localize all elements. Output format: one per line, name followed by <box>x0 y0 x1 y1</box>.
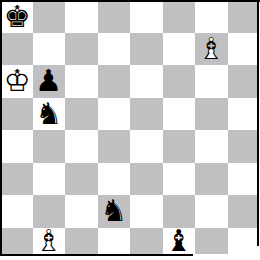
square-c6[interactable] <box>65 65 98 98</box>
bishop-outline: ♗ <box>195 33 227 65</box>
square-g2[interactable] <box>195 195 228 228</box>
square-g3[interactable] <box>195 163 228 196</box>
bishop-outline: ♗ <box>33 225 65 257</box>
square-c5[interactable] <box>65 98 98 131</box>
square-e2[interactable] <box>130 195 163 228</box>
piece-white-bishop[interactable]: ♝♗ <box>33 225 65 257</box>
king-outline: ♔ <box>2 65 33 97</box>
piece-black-knight[interactable]: ♞ <box>98 195 130 227</box>
square-g8[interactable] <box>195 2 228 33</box>
square-a3[interactable] <box>2 163 33 196</box>
square-e1[interactable] <box>130 228 163 254</box>
piece-white-king[interactable]: ♚♔ <box>2 65 33 97</box>
square-d1[interactable] <box>98 228 131 254</box>
piece-black-pawn[interactable]: ♟ <box>33 65 65 97</box>
board-grid: ♚♝♗♚♔♟♞♞♝♗♝ <box>2 2 257 254</box>
piece-white-bishop[interactable]: ♝♗ <box>195 33 227 65</box>
board-border-right <box>257 0 259 246</box>
square-h6[interactable] <box>228 65 258 98</box>
square-a4[interactable] <box>2 130 33 163</box>
square-a8[interactable]: ♚ <box>2 2 33 33</box>
square-c1[interactable] <box>65 228 98 254</box>
square-f7[interactable] <box>163 33 196 66</box>
square-b7[interactable] <box>33 33 66 66</box>
square-a5[interactable] <box>2 98 33 131</box>
chess-board-diagram: ♚♝♗♚♔♟♞♞♝♗♝ <box>0 0 260 260</box>
square-d6[interactable] <box>98 65 131 98</box>
square-f6[interactable] <box>163 65 196 98</box>
square-c3[interactable] <box>65 163 98 196</box>
square-g7[interactable]: ♝♗ <box>195 33 228 66</box>
square-g1[interactable] <box>195 228 228 254</box>
square-h4[interactable] <box>228 130 258 163</box>
square-b1[interactable]: ♝♗ <box>33 228 66 254</box>
square-h5[interactable] <box>228 98 258 131</box>
square-g6[interactable] <box>195 65 228 98</box>
square-f8[interactable] <box>163 2 196 33</box>
square-c2[interactable] <box>65 195 98 228</box>
square-d4[interactable] <box>98 130 131 163</box>
square-g5[interactable] <box>195 98 228 131</box>
square-e4[interactable] <box>130 130 163 163</box>
square-f1[interactable]: ♝ <box>163 228 196 254</box>
square-h3[interactable] <box>228 163 258 196</box>
square-c7[interactable] <box>65 33 98 66</box>
piece-black-knight[interactable]: ♞ <box>33 98 65 130</box>
square-c4[interactable] <box>65 130 98 163</box>
piece-black-king[interactable]: ♚ <box>2 1 33 33</box>
square-e7[interactable] <box>130 33 163 66</box>
square-h7[interactable] <box>228 33 258 66</box>
square-g4[interactable] <box>195 130 228 163</box>
square-d7[interactable] <box>98 33 131 66</box>
square-e8[interactable] <box>130 2 163 33</box>
square-b3[interactable] <box>33 163 66 196</box>
square-b5[interactable]: ♞ <box>33 98 66 131</box>
square-e3[interactable] <box>130 163 163 196</box>
square-a7[interactable] <box>2 33 33 66</box>
piece-black-bishop[interactable]: ♝ <box>163 225 195 257</box>
square-b4[interactable] <box>33 130 66 163</box>
square-a2[interactable] <box>2 195 33 228</box>
square-d3[interactable] <box>98 163 131 196</box>
square-c8[interactable] <box>65 2 98 33</box>
square-b6[interactable]: ♟ <box>33 65 66 98</box>
square-e6[interactable] <box>130 65 163 98</box>
square-a6[interactable]: ♚♔ <box>2 65 33 98</box>
square-h8[interactable] <box>228 2 258 33</box>
square-d5[interactable] <box>98 98 131 131</box>
square-d2[interactable]: ♞ <box>98 195 131 228</box>
square-h1[interactable] <box>228 228 258 254</box>
square-f4[interactable] <box>163 130 196 163</box>
square-h2[interactable] <box>228 195 258 228</box>
square-f3[interactable] <box>163 163 196 196</box>
square-b8[interactable] <box>33 2 66 33</box>
square-e5[interactable] <box>130 98 163 131</box>
square-d8[interactable] <box>98 2 131 33</box>
square-a1[interactable] <box>2 228 33 254</box>
square-f5[interactable] <box>163 98 196 131</box>
